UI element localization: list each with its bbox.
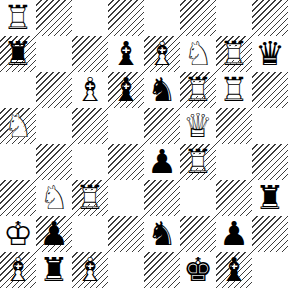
square-f7[interactable]: ♞♘: [180, 36, 216, 72]
piece-black-rook: ♜: [36, 252, 72, 288]
square-a6[interactable]: [0, 72, 36, 108]
piece-black-pawn: ♟: [36, 216, 72, 252]
piece-white-knight: ♘: [36, 180, 72, 216]
square-g5[interactable]: [216, 108, 252, 144]
square-a2[interactable]: ♚♔: [0, 216, 36, 252]
piece-black-rook: ♜: [0, 36, 36, 72]
square-f8[interactable]: [180, 0, 216, 36]
square-b6[interactable]: [36, 72, 72, 108]
piece-black-bishop: ♝: [108, 72, 144, 108]
square-g6[interactable]: ♜♖: [216, 72, 252, 108]
piece-black-knight: ♞: [144, 216, 180, 252]
piece-black-king: ♚: [180, 252, 216, 288]
square-f4[interactable]: ♜♖: [180, 144, 216, 180]
square-h8[interactable]: [252, 0, 288, 36]
piece-white-knight: ♘: [180, 36, 216, 72]
square-f3[interactable]: [180, 180, 216, 216]
square-b8[interactable]: [36, 0, 72, 36]
square-b7[interactable]: [36, 36, 72, 72]
piece-white-queen: ♕: [180, 108, 216, 144]
square-c8[interactable]: [72, 0, 108, 36]
square-a3[interactable]: [0, 180, 36, 216]
piece-white-bishop: ♗: [0, 252, 36, 288]
square-d1[interactable]: [108, 252, 144, 288]
square-h6[interactable]: [252, 72, 288, 108]
square-h4[interactable]: [252, 144, 288, 180]
piece-black-pawn: ♟: [144, 144, 180, 180]
square-g8[interactable]: [216, 0, 252, 36]
piece-white-rook: ♖: [72, 180, 108, 216]
square-c7[interactable]: [72, 36, 108, 72]
square-h2[interactable]: [252, 216, 288, 252]
square-f1[interactable]: ♚♚: [180, 252, 216, 288]
piece-white-knight: ♘: [0, 108, 36, 144]
square-b2[interactable]: ♟♟: [36, 216, 72, 252]
piece-white-rook: ♖: [180, 72, 216, 108]
square-d2[interactable]: [108, 216, 144, 252]
square-a4[interactable]: [0, 144, 36, 180]
piece-white-king: ♔: [0, 216, 36, 252]
piece-white-rook: ♖: [216, 36, 252, 72]
square-f5[interactable]: ♛♕: [180, 108, 216, 144]
square-c5[interactable]: [72, 108, 108, 144]
square-d6[interactable]: ♝♝: [108, 72, 144, 108]
square-a5[interactable]: ♞♘: [0, 108, 36, 144]
square-f2[interactable]: [180, 216, 216, 252]
square-d5[interactable]: [108, 108, 144, 144]
square-b3[interactable]: ♞♘: [36, 180, 72, 216]
piece-black-pawn: ♟: [216, 216, 252, 252]
square-d8[interactable]: [108, 0, 144, 36]
square-e3[interactable]: [144, 180, 180, 216]
piece-black-bishop: ♝: [108, 36, 144, 72]
square-e5[interactable]: [144, 108, 180, 144]
square-f6[interactable]: ♜♖: [180, 72, 216, 108]
square-c4[interactable]: [72, 144, 108, 180]
square-c1[interactable]: ♝♗: [72, 252, 108, 288]
square-e8[interactable]: [144, 0, 180, 36]
piece-black-knight: ♞: [144, 72, 180, 108]
square-a7[interactable]: ♜♜: [0, 36, 36, 72]
square-h1[interactable]: [252, 252, 288, 288]
piece-white-rook: ♖: [216, 72, 252, 108]
piece-black-rook: ♜: [252, 180, 288, 216]
square-d3[interactable]: [108, 180, 144, 216]
square-c2[interactable]: [72, 216, 108, 252]
square-g1[interactable]: ♝♝: [216, 252, 252, 288]
piece-white-bishop: ♗: [72, 252, 108, 288]
square-g7[interactable]: ♜♖: [216, 36, 252, 72]
square-c3[interactable]: ♜♖: [72, 180, 108, 216]
square-b4[interactable]: [36, 144, 72, 180]
square-h5[interactable]: [252, 108, 288, 144]
square-e7[interactable]: ♝♗: [144, 36, 180, 72]
square-h7[interactable]: ♛♛: [252, 36, 288, 72]
square-a1[interactable]: ♝♗: [0, 252, 36, 288]
piece-white-rook: ♖: [180, 144, 216, 180]
square-h3[interactable]: ♜♜: [252, 180, 288, 216]
piece-white-bishop: ♗: [72, 72, 108, 108]
square-b5[interactable]: [36, 108, 72, 144]
square-e2[interactable]: ♞♞: [144, 216, 180, 252]
square-d7[interactable]: ♝♝: [108, 36, 144, 72]
piece-white-rook: ♖: [0, 0, 36, 36]
square-b1[interactable]: ♜♜: [36, 252, 72, 288]
square-g2[interactable]: ♟♟: [216, 216, 252, 252]
square-a8[interactable]: ♜♖: [0, 0, 36, 36]
square-g4[interactable]: [216, 144, 252, 180]
square-e6[interactable]: ♞♞: [144, 72, 180, 108]
square-c6[interactable]: ♝♗: [72, 72, 108, 108]
square-d4[interactable]: [108, 144, 144, 180]
piece-black-bishop: ♝: [216, 252, 252, 288]
square-g3[interactable]: [216, 180, 252, 216]
chess-board: ♜♖♜♜♝♝♝♗♞♘♜♖♛♛♝♗♝♝♞♞♜♖♜♖♞♘♛♕♟♟♜♖♞♘♜♖♜♜♚♔…: [0, 0, 288, 288]
piece-white-bishop: ♗: [144, 36, 180, 72]
square-e1[interactable]: [144, 252, 180, 288]
piece-black-queen: ♛: [252, 36, 288, 72]
square-e4[interactable]: ♟♟: [144, 144, 180, 180]
